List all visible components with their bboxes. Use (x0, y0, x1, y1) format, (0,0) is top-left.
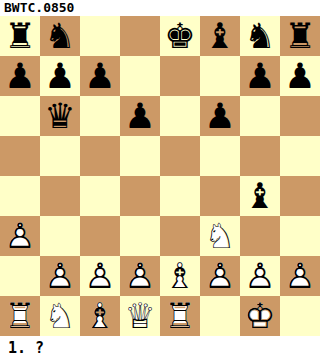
square-e5[interactable] (160, 136, 200, 176)
square-b5[interactable] (40, 136, 80, 176)
piece-white-pawn: ♙ (280, 256, 320, 296)
piece-white-pawn: ♙ (0, 216, 40, 256)
square-h7[interactable]: ♟ (280, 56, 320, 96)
square-c6[interactable] (80, 96, 120, 136)
chess-app-window: BWTC.0850 ♜♞♚♝♞♜♟♟♟♟♟♛♟♟♝♟♙♞♘♟♙♟♙♟♙♝♗♟♙♟… (0, 0, 320, 360)
piece-black-bishop: ♝ (240, 176, 280, 216)
square-a8[interactable]: ♜ (0, 16, 40, 56)
square-a4[interactable] (0, 176, 40, 216)
square-b3[interactable] (40, 216, 80, 256)
square-b1[interactable]: ♞♘ (40, 296, 80, 336)
piece-black-pawn: ♟ (120, 96, 160, 136)
square-e1[interactable]: ♜♖ (160, 296, 200, 336)
piece-white-pawn: ♙ (200, 256, 240, 296)
square-g5[interactable] (240, 136, 280, 176)
piece-white-knight: ♘ (200, 216, 240, 256)
square-h1[interactable] (280, 296, 320, 336)
square-e4[interactable] (160, 176, 200, 216)
square-h4[interactable] (280, 176, 320, 216)
square-g1[interactable]: ♚♔ (240, 296, 280, 336)
square-a2[interactable] (0, 256, 40, 296)
square-b6[interactable]: ♛ (40, 96, 80, 136)
square-a3[interactable]: ♟♙ (0, 216, 40, 256)
square-e3[interactable] (160, 216, 200, 256)
piece-black-pawn: ♟ (200, 96, 240, 136)
square-h8[interactable]: ♜ (280, 16, 320, 56)
square-h6[interactable] (280, 96, 320, 136)
square-c1[interactable]: ♝♗ (80, 296, 120, 336)
square-g3[interactable] (240, 216, 280, 256)
square-g6[interactable] (240, 96, 280, 136)
square-b2[interactable]: ♟♙ (40, 256, 80, 296)
piece-black-pawn: ♟ (40, 56, 80, 96)
window-title: BWTC.0850 (0, 0, 74, 16)
square-h2[interactable]: ♟♙ (280, 256, 320, 296)
piece-white-pawn: ♙ (80, 256, 120, 296)
piece-white-pawn: ♙ (240, 256, 280, 296)
square-d8[interactable] (120, 16, 160, 56)
square-a6[interactable] (0, 96, 40, 136)
square-d5[interactable] (120, 136, 160, 176)
piece-black-knight: ♞ (40, 16, 80, 56)
title-bar: BWTC.0850 (0, 0, 320, 16)
piece-black-pawn: ♟ (80, 56, 120, 96)
square-f1[interactable] (200, 296, 240, 336)
status-bar: 1. ? (0, 336, 320, 360)
piece-white-bishop: ♗ (160, 256, 200, 296)
square-d3[interactable] (120, 216, 160, 256)
piece-black-knight: ♞ (240, 16, 280, 56)
square-f7[interactable] (200, 56, 240, 96)
piece-white-rook: ♖ (0, 296, 40, 336)
piece-white-pawn: ♙ (40, 256, 80, 296)
square-b7[interactable]: ♟ (40, 56, 80, 96)
square-f6[interactable]: ♟ (200, 96, 240, 136)
move-prompt: 1. ? (0, 336, 44, 360)
square-d1[interactable]: ♛♕ (120, 296, 160, 336)
square-a7[interactable]: ♟ (0, 56, 40, 96)
piece-black-pawn: ♟ (0, 56, 40, 96)
square-g7[interactable]: ♟ (240, 56, 280, 96)
square-d2[interactable]: ♟♙ (120, 256, 160, 296)
square-e7[interactable] (160, 56, 200, 96)
square-g2[interactable]: ♟♙ (240, 256, 280, 296)
piece-black-queen: ♛ (40, 96, 80, 136)
piece-black-bishop: ♝ (200, 16, 240, 56)
square-c5[interactable] (80, 136, 120, 176)
square-c8[interactable] (80, 16, 120, 56)
piece-black-pawn: ♟ (240, 56, 280, 96)
square-d7[interactable] (120, 56, 160, 96)
square-f8[interactable]: ♝ (200, 16, 240, 56)
square-a5[interactable] (0, 136, 40, 176)
square-b8[interactable]: ♞ (40, 16, 80, 56)
chess-board: ♜♞♚♝♞♜♟♟♟♟♟♛♟♟♝♟♙♞♘♟♙♟♙♟♙♝♗♟♙♟♙♟♙♜♖♞♘♝♗♛… (0, 16, 320, 336)
square-d6[interactable]: ♟ (120, 96, 160, 136)
square-g4[interactable]: ♝ (240, 176, 280, 216)
piece-white-king: ♔ (240, 296, 280, 336)
square-h5[interactable] (280, 136, 320, 176)
square-e2[interactable]: ♝♗ (160, 256, 200, 296)
piece-black-rook: ♜ (0, 16, 40, 56)
piece-black-king: ♚ (160, 16, 200, 56)
square-c7[interactable]: ♟ (80, 56, 120, 96)
square-f5[interactable] (200, 136, 240, 176)
piece-white-pawn: ♙ (120, 256, 160, 296)
piece-black-rook: ♜ (280, 16, 320, 56)
piece-white-knight: ♘ (40, 296, 80, 336)
square-h3[interactable] (280, 216, 320, 256)
square-c3[interactable] (80, 216, 120, 256)
square-e6[interactable] (160, 96, 200, 136)
square-d4[interactable] (120, 176, 160, 216)
square-b4[interactable] (40, 176, 80, 216)
square-f3[interactable]: ♞♘ (200, 216, 240, 256)
square-a1[interactable]: ♜♖ (0, 296, 40, 336)
piece-white-rook: ♖ (160, 296, 200, 336)
square-c4[interactable] (80, 176, 120, 216)
piece-white-bishop: ♗ (80, 296, 120, 336)
piece-black-pawn: ♟ (280, 56, 320, 96)
square-f4[interactable] (200, 176, 240, 216)
piece-white-queen: ♕ (120, 296, 160, 336)
square-g8[interactable]: ♞ (240, 16, 280, 56)
square-f2[interactable]: ♟♙ (200, 256, 240, 296)
square-c2[interactable]: ♟♙ (80, 256, 120, 296)
square-e8[interactable]: ♚ (160, 16, 200, 56)
